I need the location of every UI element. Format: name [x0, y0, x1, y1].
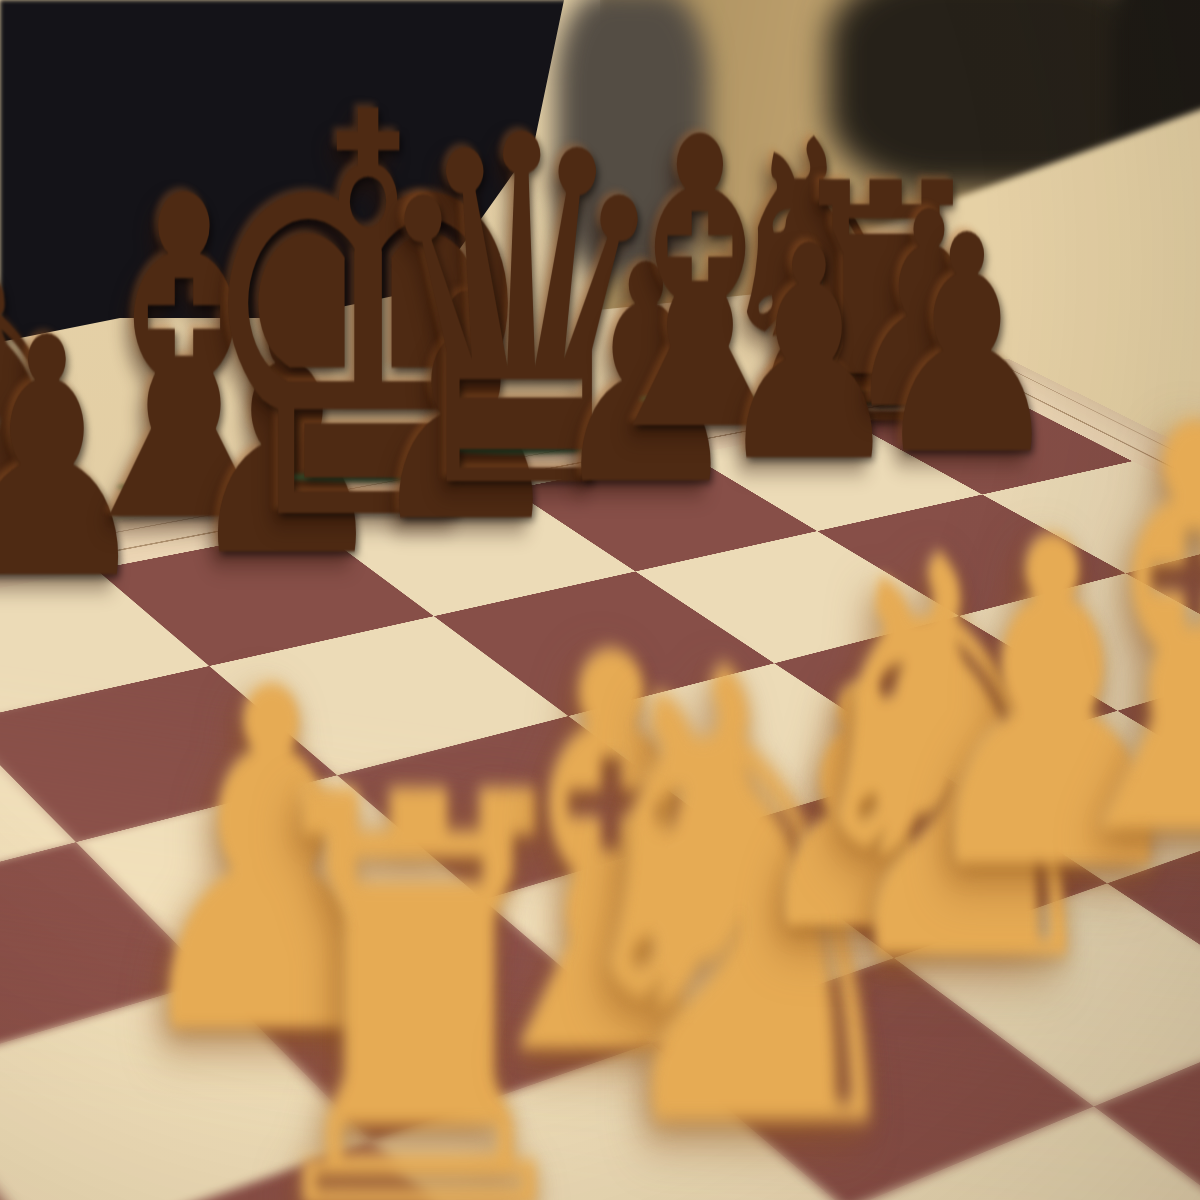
chess-photo-scene: ♞♟♝♟♚♟♛♟♝♞♜♟♟♟♟♜♝♞♟♞♟♝ [0, 0, 1200, 1200]
white-bishop-right-edge[interactable]: ♝ [1015, 355, 1200, 915]
pieces-layer: ♞♟♝♟♚♟♛♟♝♞♜♟♟♟♟♜♝♞♟♞♟♝ [0, 0, 1200, 1200]
